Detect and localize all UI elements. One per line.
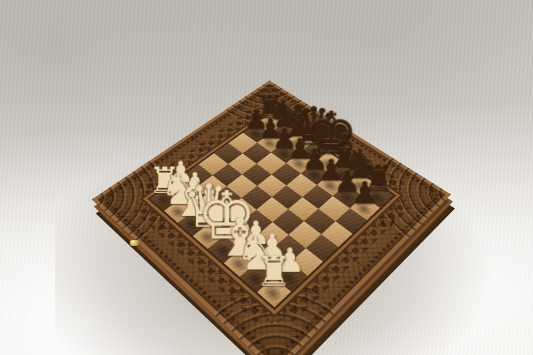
board-perspective-wrap: ♜♞♝♛♚♝♞♜♟♟♟♟♟♟♟♟♟♟♟♟♟♟♟♟♜♞♝♛♚♝♞♜	[145, 70, 399, 324]
chess-board: ♜♞♝♛♚♝♞♜♟♟♟♟♟♟♟♟♟♟♟♟♟♟♟♟♜♞♝♛♚♝♞♜	[92, 81, 451, 355]
chess-set-product-photo: ♜♞♝♛♚♝♞♜♟♟♟♟♟♟♟♟♟♟♟♟♟♟♟♟♜♞♝♛♚♝♞♜	[0, 0, 533, 355]
piece-white-rook-h1: ♜	[245, 251, 301, 292]
brass-clasp	[130, 240, 139, 246]
piece-black-pawn-h7: ♟	[339, 178, 389, 209]
